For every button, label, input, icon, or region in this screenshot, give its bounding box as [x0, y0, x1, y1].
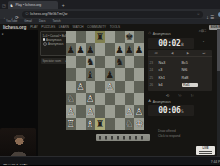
white-piece-g2: ♙ — [125, 107, 134, 117]
move[interactable]: Rd1 — [182, 83, 198, 87]
status-line-2: Click to respond — [158, 134, 216, 139]
white-piece-a3: ♘ — [67, 94, 76, 104]
white-piece-c1: ♗ — [86, 119, 95, 129]
square-f8[interactable] — [115, 31, 125, 43]
square-f3[interactable] — [115, 93, 125, 105]
square-c6[interactable]: ♞ — [86, 56, 96, 68]
game-action-icon-0[interactable]: ⟲ — [166, 93, 169, 98]
move[interactable]: Na3 — [159, 61, 180, 65]
white-piece-h2: ♙ — [135, 107, 144, 117]
move-number: 26 — [150, 83, 157, 87]
black-clock-tenths: 8 — [181, 42, 184, 47]
square-f2[interactable] — [115, 105, 125, 117]
scrollbar-thumb[interactable] — [217, 29, 220, 71]
black-player-label[interactable]: Anonymous — [153, 32, 171, 36]
square-h1[interactable]: ♔ — [134, 118, 144, 130]
square-e1[interactable] — [105, 118, 115, 130]
white-clock-tenths: 5 — [181, 109, 184, 114]
move[interactable]: Bc5 — [182, 61, 203, 65]
black-piece-g8: ♚ — [125, 32, 134, 42]
chat-room-label: Spectator room — [43, 60, 61, 63]
square-g1[interactable]: ♘ — [125, 118, 135, 130]
new-tab-button[interactable]: + — [62, 2, 65, 8]
move[interactable]: Kh1 — [159, 76, 180, 80]
browser-tab-bar: ◳ ♞ Play • lichess.org + — [0, 0, 220, 9]
move-number: 25 — [150, 76, 157, 80]
square-d7[interactable] — [95, 43, 105, 55]
move[interactable]: Nf6 — [182, 68, 203, 72]
move-number: 24 — [150, 68, 157, 72]
white-clock-time: 00:06 — [158, 105, 180, 116]
square-h6[interactable] — [134, 56, 144, 68]
square-g4[interactable] — [125, 81, 135, 93]
square-e5[interactable]: ♟ — [105, 68, 115, 80]
white-color-dot — [43, 38, 45, 40]
white-piece-g1: ♘ — [125, 119, 134, 129]
square-c7[interactable]: ♟ — [86, 43, 96, 55]
black-clock: 00:02 8 — [148, 38, 194, 49]
nav-item-0[interactable]: PLAY — [30, 25, 38, 29]
square-g8[interactable]: ♚ — [125, 31, 135, 43]
square-a3[interactable]: ♘ — [66, 93, 76, 105]
black-piece-d1: ♜ — [96, 119, 105, 129]
game-status: Draw offered Click to respond — [158, 129, 216, 139]
taskbar: ▦◎▤♞✉◧ ∧≈◻ 7:44 PM — [0, 156, 220, 165]
move-panel: ⏮◀▶⏭ 23Na3Bc524c3Nf625Kh1Rd826b4Rd1 — [148, 50, 212, 91]
black-piece-c6: ♞ — [86, 57, 95, 67]
system-tray: ∧≈◻ 7:44 PM — [201, 153, 220, 166]
nav-item-5[interactable]: TOOLS — [110, 25, 120, 29]
taskbar-app-icon-5[interactable]: ◧ — [23, 163, 27, 166]
black-player-name[interactable]: Anonymous — [48, 42, 63, 46]
square-c4[interactable] — [86, 81, 96, 93]
move-nav: ⏮◀▶⏭ — [148, 50, 212, 57]
square-d6[interactable] — [95, 56, 105, 68]
clock-icon: ◔ — [202, 40, 204, 44]
black-piece-a7: ♟ — [67, 45, 76, 55]
chat-room-toggle[interactable]: Spectator room ▾ — [41, 58, 68, 64]
move-number: 23 — [150, 61, 157, 65]
move-nav-icon-1[interactable]: ◀ — [171, 51, 173, 55]
black-piece-h7: ♟ — [135, 45, 144, 55]
white-player-row: ♙ Anonymous — [148, 99, 214, 104]
move-row: 23Na3Bc5 — [150, 61, 211, 65]
square-d8[interactable]: ♜ — [95, 31, 105, 43]
url-text: lichess.org/9bGkTmQw — [30, 12, 67, 16]
move-row: 24c3Nf6 — [150, 68, 211, 72]
square-e2[interactable] — [105, 105, 115, 117]
square-a6[interactable] — [66, 56, 76, 68]
square-c1[interactable]: ♗ — [86, 118, 96, 130]
tray-icon-2[interactable]: ◻ — [205, 164, 208, 166]
screen: ◳ ♞ Play • lichess.org + ←→⟳ ⓘ lichess.o… — [0, 0, 220, 165]
taskbar-clock: 7:44 PM — [211, 160, 220, 164]
white-player-label[interactable]: Anonymous — [153, 100, 171, 104]
square-g3[interactable] — [125, 93, 135, 105]
square-a7[interactable]: ♟ — [66, 43, 76, 55]
square-f4[interactable] — [115, 81, 125, 93]
square-g5[interactable] — [125, 68, 135, 80]
square-h3[interactable] — [134, 93, 144, 105]
stream-ticker — [96, 134, 150, 141]
move[interactable]: b4 — [159, 83, 180, 87]
square-a8[interactable] — [66, 31, 76, 43]
square-d4[interactable] — [95, 81, 105, 93]
black-piece-e5: ♟ — [106, 70, 115, 80]
white-piece-a1: ♖ — [67, 119, 76, 129]
square-b7[interactable]: ♟ — [76, 43, 86, 55]
lichess-logo[interactable]: lichess.org — [3, 25, 26, 30]
square-f1[interactable] — [115, 118, 125, 130]
square-a1[interactable]: ♖ — [66, 118, 76, 130]
site-nav: PLAYPUZZLESLEARNWATCHCOMMUNITYTOOLS — [30, 25, 120, 29]
square-f6[interactable]: ♞ — [115, 56, 125, 68]
black-piece-f7: ♟ — [115, 45, 124, 55]
square-b3[interactable] — [76, 93, 86, 105]
nav-item-4[interactable]: COMMUNITY — [87, 25, 106, 29]
square-b4[interactable]: ♙ — [76, 81, 86, 93]
profile-avatar[interactable] — [218, 12, 220, 17]
square-c2[interactable]: ♙ — [86, 105, 96, 117]
square-h2[interactable]: ♙ — [134, 105, 144, 117]
black-pawn-icon: ♟ — [148, 32, 151, 36]
square-h4[interactable] — [134, 81, 144, 93]
tray-icons: ∧≈◻ — [201, 153, 208, 166]
move-row: 26b4Rd1 — [150, 83, 211, 87]
black-piece-g7: ♟ — [125, 45, 134, 55]
square-d1[interactable]: ♜ — [95, 118, 105, 130]
square-h5[interactable] — [134, 68, 144, 80]
white-piece-c3: ♙ — [86, 94, 95, 104]
black-piece-b7: ♟ — [76, 45, 85, 55]
square-e6[interactable] — [105, 56, 115, 68]
white-piece-b4: ♙ — [76, 82, 85, 92]
nav-item-1[interactable]: PUZZLES — [41, 25, 55, 29]
move[interactable]: c3 — [159, 68, 180, 72]
game-action-icon-1[interactable]: ½ — [178, 93, 181, 98]
game-action-icon-2[interactable]: ⚐ — [191, 93, 195, 98]
square-e4[interactable]: ♙ — [105, 81, 115, 93]
black-clock-time: 00:02 — [158, 38, 180, 49]
square-d2[interactable] — [95, 105, 105, 117]
square-h7[interactable]: ♟ — [134, 43, 144, 55]
move-row: 25Kh1Rd8 — [150, 76, 211, 80]
black-piece-f6: ♞ — [115, 57, 124, 67]
square-b2[interactable] — [76, 105, 86, 117]
black-piece-c7: ♟ — [86, 45, 95, 55]
black-piece-c5: ♝ — [86, 70, 95, 80]
move-nav-icon-3[interactable]: ⏭ — [203, 51, 206, 55]
move-nav-icon-2[interactable]: ▶ — [187, 51, 189, 55]
square-f5[interactable] — [115, 68, 125, 80]
bookmark-star-icon[interactable]: ☆ — [197, 12, 200, 16]
white-piece-a2: ♙ — [67, 107, 76, 117]
black-player-line: Anonymous — [43, 42, 69, 46]
taskbar-apps: ▦◎▤♞✉◧ — [3, 153, 28, 166]
site-info-icon[interactable]: ⓘ — [25, 12, 28, 16]
address-bar[interactable]: ⓘ lichess.org/9bGkTmQw ☆ — [22, 11, 203, 18]
square-e3[interactable] — [105, 93, 115, 105]
square-f7[interactable]: ♟ — [115, 43, 125, 55]
square-g2[interactable]: ♙ — [125, 105, 135, 117]
square-e7[interactable] — [105, 43, 115, 55]
black-color-dot — [43, 42, 47, 46]
white-piece-h1: ♔ — [135, 119, 144, 129]
square-e8[interactable] — [105, 31, 115, 43]
square-c3[interactable]: ♙ — [86, 93, 96, 105]
move-nav-icon-0[interactable]: ⏮ — [155, 51, 158, 55]
square-b8[interactable] — [76, 31, 86, 43]
nav-item-3[interactable]: WATCH — [73, 25, 84, 29]
square-d3[interactable] — [95, 93, 105, 105]
square-c8[interactable] — [86, 31, 96, 43]
game-action-buttons: ⟲½⚐ — [148, 92, 212, 98]
sidebar-toggle-icon[interactable]: ▸ — [2, 32, 4, 36]
black-player-row: ♟ Anonymous — [148, 31, 214, 36]
watermark-text: LIVE — [203, 148, 209, 151]
square-g7[interactable]: ♟ — [125, 43, 135, 55]
square-a4[interactable] — [66, 81, 76, 93]
black-piece-d8: ♜ — [96, 32, 105, 42]
white-piece-e4: ♙ — [106, 82, 115, 92]
square-a5[interactable] — [66, 68, 76, 80]
square-c5[interactable]: ♝ — [86, 68, 96, 80]
nav-item-2[interactable]: LEARN — [59, 25, 69, 29]
square-b5[interactable] — [76, 68, 86, 80]
square-b6[interactable] — [76, 56, 86, 68]
white-piece-c2: ♙ — [86, 107, 95, 117]
browser-toolbar: ←→⟳ ⓘ lichess.org/9bGkTmQw ☆ ⤓☰ — [0, 9, 220, 19]
square-d5[interactable] — [95, 68, 105, 80]
white-pawn-icon: ♙ — [148, 100, 151, 104]
square-g6[interactable] — [125, 56, 135, 68]
square-b1[interactable] — [76, 118, 86, 130]
move-list: 23Na3Bc524c3Nf625Kh1Rd826b4Rd1 — [148, 57, 212, 91]
square-a2[interactable]: ♙ — [66, 105, 76, 117]
chess-board[interactable]: ♜♚♟♟♟♟♟♟♞♞♝♟♙♙♘♙♙♙♙♙♖♗♜♘♔ — [66, 31, 144, 130]
white-clock: 00:06 5 — [148, 105, 194, 116]
square-h8[interactable] — [134, 31, 144, 43]
move[interactable]: Rd8 — [182, 76, 203, 80]
